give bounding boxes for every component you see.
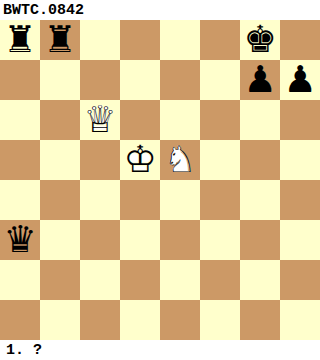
piece-black-pawn: ♟	[280, 60, 320, 100]
piece-white-knight: ♞♘	[160, 140, 200, 180]
square-c8[interactable]	[80, 20, 120, 60]
square-e2[interactable]	[160, 260, 200, 300]
title-bar: BWTC.0842	[0, 0, 320, 20]
puzzle-id: BWTC.0842	[3, 2, 84, 19]
square-e3[interactable]	[160, 220, 200, 260]
square-c5[interactable]	[80, 140, 120, 180]
square-b7[interactable]	[40, 60, 80, 100]
square-b2[interactable]	[40, 260, 80, 300]
piece-white-queen: ♛♕	[80, 100, 120, 140]
square-h3[interactable]	[280, 220, 320, 260]
square-f8[interactable]	[200, 20, 240, 60]
piece-black-queen: ♛	[0, 220, 40, 260]
square-d5[interactable]: ♚♔	[120, 140, 160, 180]
square-a6[interactable]	[0, 100, 40, 140]
square-g4[interactable]	[240, 180, 280, 220]
piece-black-king: ♚	[240, 20, 280, 60]
square-d8[interactable]	[120, 20, 160, 60]
square-h7[interactable]: ♟	[280, 60, 320, 100]
square-e4[interactable]	[160, 180, 200, 220]
piece-black-rook: ♜	[0, 20, 40, 60]
square-e6[interactable]	[160, 100, 200, 140]
chess-puzzle-screen: BWTC.0842 ♜♜♚♟♟♛♕♚♔♞♘♛ 1. ?	[0, 0, 320, 360]
square-f4[interactable]	[200, 180, 240, 220]
square-a3[interactable]: ♛	[0, 220, 40, 260]
piece-black-rook: ♜	[40, 20, 80, 60]
piece-black-pawn: ♟	[240, 60, 280, 100]
square-c6[interactable]: ♛♕	[80, 100, 120, 140]
square-h6[interactable]	[280, 100, 320, 140]
square-h5[interactable]	[280, 140, 320, 180]
square-g8[interactable]: ♚	[240, 20, 280, 60]
square-b1[interactable]	[40, 300, 80, 340]
square-d7[interactable]	[120, 60, 160, 100]
piece-white-king: ♚♔	[120, 140, 160, 180]
square-f1[interactable]	[200, 300, 240, 340]
square-g7[interactable]: ♟	[240, 60, 280, 100]
square-b8[interactable]: ♜	[40, 20, 80, 60]
square-g2[interactable]	[240, 260, 280, 300]
square-a1[interactable]	[0, 300, 40, 340]
square-b5[interactable]	[40, 140, 80, 180]
square-a5[interactable]	[0, 140, 40, 180]
square-g6[interactable]	[240, 100, 280, 140]
square-d4[interactable]	[120, 180, 160, 220]
square-e1[interactable]	[160, 300, 200, 340]
square-a4[interactable]	[0, 180, 40, 220]
square-b3[interactable]	[40, 220, 80, 260]
square-f6[interactable]	[200, 100, 240, 140]
square-d3[interactable]	[120, 220, 160, 260]
move-prompt: 1. ?	[6, 342, 42, 359]
square-f7[interactable]	[200, 60, 240, 100]
square-h4[interactable]	[280, 180, 320, 220]
square-c4[interactable]	[80, 180, 120, 220]
footer-bar: 1. ?	[0, 340, 320, 360]
square-f2[interactable]	[200, 260, 240, 300]
square-e5[interactable]: ♞♘	[160, 140, 200, 180]
square-b6[interactable]	[40, 100, 80, 140]
square-a7[interactable]	[0, 60, 40, 100]
square-c3[interactable]	[80, 220, 120, 260]
square-d2[interactable]	[120, 260, 160, 300]
square-d1[interactable]	[120, 300, 160, 340]
square-e7[interactable]	[160, 60, 200, 100]
square-f3[interactable]	[200, 220, 240, 260]
square-d6[interactable]	[120, 100, 160, 140]
square-h1[interactable]	[280, 300, 320, 340]
square-e8[interactable]	[160, 20, 200, 60]
chess-board: ♜♜♚♟♟♛♕♚♔♞♘♛	[0, 20, 320, 340]
square-c1[interactable]	[80, 300, 120, 340]
square-a8[interactable]: ♜	[0, 20, 40, 60]
square-h8[interactable]	[280, 20, 320, 60]
square-h2[interactable]	[280, 260, 320, 300]
square-c7[interactable]	[80, 60, 120, 100]
square-a2[interactable]	[0, 260, 40, 300]
square-c2[interactable]	[80, 260, 120, 300]
square-f5[interactable]	[200, 140, 240, 180]
square-g5[interactable]	[240, 140, 280, 180]
square-b4[interactable]	[40, 180, 80, 220]
square-g3[interactable]	[240, 220, 280, 260]
square-g1[interactable]	[240, 300, 280, 340]
